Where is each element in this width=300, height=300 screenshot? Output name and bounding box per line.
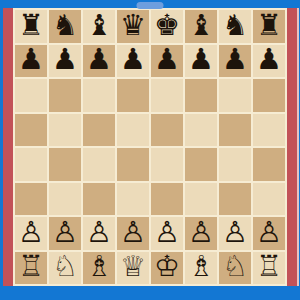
square-e2[interactable]: ♙ <box>151 217 183 250</box>
square-b6[interactable] <box>49 79 81 112</box>
square-g7[interactable]: ♟ <box>219 45 251 78</box>
black-bishop[interactable]: ♝ <box>86 11 112 40</box>
square-c8[interactable]: ♝ <box>83 10 115 43</box>
black-pawn[interactable]: ♟ <box>86 45 112 74</box>
square-d4[interactable] <box>117 148 149 181</box>
square-b1[interactable]: ♘ <box>49 252 81 285</box>
square-g2[interactable]: ♙ <box>219 217 251 250</box>
square-g1[interactable]: ♘ <box>219 252 251 285</box>
square-a6[interactable] <box>15 79 47 112</box>
square-d2[interactable]: ♙ <box>117 217 149 250</box>
white-bishop[interactable]: ♗ <box>188 252 214 281</box>
square-e3[interactable] <box>151 183 183 216</box>
square-h8[interactable]: ♜ <box>253 10 285 43</box>
right-red-strip <box>287 8 299 286</box>
white-pawn[interactable]: ♙ <box>120 218 146 247</box>
square-b4[interactable] <box>49 148 81 181</box>
board-grid: ♜♞♝♛♚♝♞♜♟♟♟♟♟♟♟♟♙♙♙♙♙♙♙♙♖♘♗♕♔♗♘♖ <box>15 10 285 284</box>
black-rook[interactable]: ♜ <box>18 11 44 40</box>
white-pawn[interactable]: ♙ <box>18 218 44 247</box>
top-bar <box>0 0 300 8</box>
chess-board: ♜♞♝♛♚♝♞♜♟♟♟♟♟♟♟♟♙♙♙♙♙♙♙♙♖♘♗♕♔♗♘♖ <box>13 8 287 286</box>
square-a4[interactable] <box>15 148 47 181</box>
white-knight[interactable]: ♘ <box>222 252 248 281</box>
black-pawn[interactable]: ♟ <box>18 45 44 74</box>
square-b3[interactable] <box>49 183 81 216</box>
square-b8[interactable]: ♞ <box>49 10 81 43</box>
white-pawn[interactable]: ♙ <box>52 218 78 247</box>
black-pawn[interactable]: ♟ <box>188 45 214 74</box>
black-pawn[interactable]: ♟ <box>154 45 180 74</box>
square-g5[interactable] <box>219 114 251 147</box>
square-d1[interactable]: ♕ <box>117 252 149 285</box>
square-b7[interactable]: ♟ <box>49 45 81 78</box>
square-h3[interactable] <box>253 183 285 216</box>
square-f7[interactable]: ♟ <box>185 45 217 78</box>
square-c5[interactable] <box>83 114 115 147</box>
square-d7[interactable]: ♟ <box>117 45 149 78</box>
square-b2[interactable]: ♙ <box>49 217 81 250</box>
white-pawn[interactable]: ♙ <box>222 218 248 247</box>
square-c6[interactable] <box>83 79 115 112</box>
square-e8[interactable]: ♚ <box>151 10 183 43</box>
black-pawn[interactable]: ♟ <box>256 45 282 74</box>
board-row: ♜♞♝♛♚♝♞♜♟♟♟♟♟♟♟♟♙♙♙♙♙♙♙♙♖♘♗♕♔♗♘♖ <box>0 8 300 286</box>
square-f4[interactable] <box>185 148 217 181</box>
white-knight[interactable]: ♘ <box>52 252 78 281</box>
square-c3[interactable] <box>83 183 115 216</box>
white-rook[interactable]: ♖ <box>18 252 44 281</box>
square-g4[interactable] <box>219 148 251 181</box>
square-b5[interactable] <box>49 114 81 147</box>
square-f5[interactable] <box>185 114 217 147</box>
square-g8[interactable]: ♞ <box>219 10 251 43</box>
black-king[interactable]: ♚ <box>154 11 180 40</box>
white-queen[interactable]: ♕ <box>120 252 146 281</box>
square-e6[interactable] <box>151 79 183 112</box>
square-g3[interactable] <box>219 183 251 216</box>
square-g6[interactable] <box>219 79 251 112</box>
chess-app-window: ♜♞♝♛♚♝♞♜♟♟♟♟♟♟♟♟♙♙♙♙♙♙♙♙♖♘♗♕♔♗♘♖ <box>0 0 300 300</box>
black-rook[interactable]: ♜ <box>256 11 282 40</box>
square-a7[interactable]: ♟ <box>15 45 47 78</box>
black-knight[interactable]: ♞ <box>52 11 78 40</box>
square-d3[interactable] <box>117 183 149 216</box>
square-f6[interactable] <box>185 79 217 112</box>
square-h7[interactable]: ♟ <box>253 45 285 78</box>
square-a3[interactable] <box>15 183 47 216</box>
square-a8[interactable]: ♜ <box>15 10 47 43</box>
square-d5[interactable] <box>117 114 149 147</box>
square-h1[interactable]: ♖ <box>253 252 285 285</box>
left-red-strip <box>3 8 13 286</box>
square-c4[interactable] <box>83 148 115 181</box>
black-pawn[interactable]: ♟ <box>120 45 146 74</box>
black-queen[interactable]: ♛ <box>120 11 146 40</box>
square-a1[interactable]: ♖ <box>15 252 47 285</box>
black-pawn[interactable]: ♟ <box>222 45 248 74</box>
white-pawn[interactable]: ♙ <box>188 218 214 247</box>
square-a5[interactable] <box>15 114 47 147</box>
square-e4[interactable] <box>151 148 183 181</box>
square-f2[interactable]: ♙ <box>185 217 217 250</box>
square-h2[interactable]: ♙ <box>253 217 285 250</box>
white-king[interactable]: ♔ <box>154 252 180 281</box>
white-pawn[interactable]: ♙ <box>256 218 282 247</box>
black-pawn[interactable]: ♟ <box>52 45 78 74</box>
square-e1[interactable]: ♔ <box>151 252 183 285</box>
square-c7[interactable]: ♟ <box>83 45 115 78</box>
white-bishop[interactable]: ♗ <box>86 252 112 281</box>
square-d6[interactable] <box>117 79 149 112</box>
square-h4[interactable] <box>253 148 285 181</box>
black-knight[interactable]: ♞ <box>222 11 248 40</box>
square-f1[interactable]: ♗ <box>185 252 217 285</box>
white-rook[interactable]: ♖ <box>256 252 282 281</box>
window-tab-handle[interactable] <box>137 2 164 9</box>
square-h6[interactable] <box>253 79 285 112</box>
square-c1[interactable]: ♗ <box>83 252 115 285</box>
square-e5[interactable] <box>151 114 183 147</box>
black-bishop[interactable]: ♝ <box>188 11 214 40</box>
bottom-bar <box>0 286 300 300</box>
square-c2[interactable]: ♙ <box>83 217 115 250</box>
square-f8[interactable]: ♝ <box>185 10 217 43</box>
square-h5[interactable] <box>253 114 285 147</box>
square-a2[interactable]: ♙ <box>15 217 47 250</box>
white-pawn[interactable]: ♙ <box>154 218 180 247</box>
white-pawn[interactable]: ♙ <box>86 218 112 247</box>
square-e7[interactable]: ♟ <box>151 45 183 78</box>
square-d8[interactable]: ♛ <box>117 10 149 43</box>
square-f3[interactable] <box>185 183 217 216</box>
